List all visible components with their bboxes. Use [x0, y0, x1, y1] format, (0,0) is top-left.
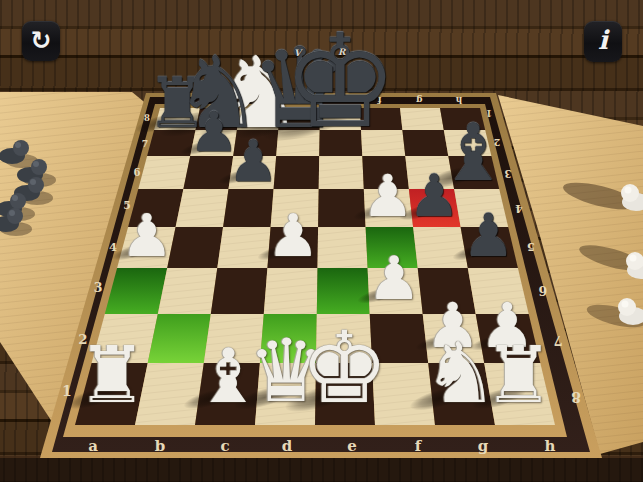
file-label-h: h — [545, 437, 556, 455]
square-a6[interactable] — [138, 156, 190, 189]
file-label-g: g — [478, 437, 489, 455]
file-label-a: a — [88, 437, 98, 455]
piece-black-king-e8[interactable]: ♚ — [276, 17, 405, 146]
piece-white-rook-h1[interactable]: ♜ — [480, 336, 558, 414]
rank-label-right-5: 5 — [527, 240, 535, 254]
square-c4[interactable] — [217, 227, 270, 268]
new-game-refresh-button[interactable]: ↻ — [22, 21, 60, 61]
file-label-c: c — [220, 437, 229, 455]
square-c3[interactable] — [211, 268, 268, 314]
rank-label-right-8: 8 — [571, 389, 581, 405]
square-d3[interactable] — [264, 268, 318, 314]
far-file-label-g: g — [415, 95, 422, 105]
piece-black-pawn-g5[interactable]: ♟ — [405, 167, 463, 225]
square-e6[interactable] — [319, 156, 364, 189]
piece-white-pawn-a4[interactable]: ♟ — [117, 206, 176, 265]
file-label-e: e — [347, 437, 357, 455]
rank-label-left-4: 4 — [109, 240, 117, 254]
table-front-edge — [0, 456, 643, 482]
rank-label-left-3: 3 — [94, 280, 103, 295]
rank-label-left-1: 1 — [62, 383, 72, 399]
piece-black-pawn-c6[interactable]: ♟ — [225, 132, 282, 189]
chess-app-screen: abcdefgh8765432112345678abcdefgh ♜♝♛♚♞♜♟… — [0, 0, 643, 482]
piece-black-pawn-h4[interactable]: ♟ — [459, 206, 518, 265]
file-label-d: d — [282, 437, 293, 455]
far-file-label-h: h — [455, 95, 462, 105]
rank-label-left-6: 6 — [133, 167, 140, 178]
piece-white-king-e1[interactable]: ♚ — [295, 318, 394, 417]
piece-white-pawn-f3[interactable]: ♟ — [364, 248, 424, 308]
square-e4[interactable] — [318, 227, 368, 268]
square-e3[interactable] — [317, 268, 370, 314]
rank-label-right-6: 6 — [538, 283, 547, 298]
piece-white-pawn-d4[interactable]: ♟ — [264, 206, 323, 265]
square-b5[interactable] — [176, 189, 229, 227]
piece-white-rook-a1[interactable]: ♜ — [73, 336, 151, 414]
info-button[interactable]: i — [584, 21, 622, 62]
square-b3[interactable] — [158, 268, 218, 314]
file-label-b: b — [155, 437, 166, 455]
